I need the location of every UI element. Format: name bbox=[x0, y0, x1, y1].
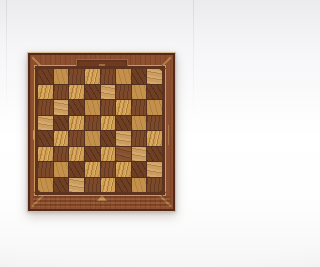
board-square bbox=[69, 131, 84, 146]
board-square bbox=[101, 100, 116, 115]
board-square bbox=[132, 69, 147, 84]
board-square bbox=[116, 116, 131, 131]
inner-border bbox=[35, 66, 165, 195]
board-field bbox=[38, 69, 162, 192]
board-square bbox=[54, 147, 69, 162]
board-square bbox=[101, 131, 116, 146]
board-square bbox=[38, 131, 53, 146]
board-square bbox=[132, 178, 147, 193]
board-square bbox=[147, 116, 162, 131]
board-square bbox=[85, 147, 100, 162]
board-square bbox=[101, 162, 116, 177]
board-square bbox=[132, 162, 147, 177]
board-square bbox=[69, 69, 84, 84]
board-square bbox=[54, 178, 69, 193]
board-square bbox=[147, 131, 162, 146]
board-square bbox=[38, 100, 53, 115]
board-square bbox=[85, 69, 100, 84]
board-square bbox=[116, 69, 131, 84]
board-square bbox=[54, 69, 69, 84]
board-square bbox=[38, 69, 53, 84]
triangle-inlay-bottom bbox=[97, 195, 107, 201]
board-square bbox=[69, 178, 84, 193]
board-square bbox=[54, 85, 69, 100]
board-square bbox=[69, 85, 84, 100]
board-square bbox=[69, 147, 84, 162]
board-square bbox=[147, 85, 162, 100]
board-square bbox=[116, 147, 131, 162]
rail-joint-seam-right bbox=[168, 125, 169, 145]
board-square bbox=[116, 100, 131, 115]
board-square bbox=[85, 116, 100, 131]
board-square bbox=[147, 162, 162, 177]
corner-notch-bottom-right bbox=[159, 189, 166, 196]
board-square bbox=[132, 147, 147, 162]
board-square bbox=[54, 131, 69, 146]
board-square bbox=[116, 178, 131, 193]
board-square bbox=[147, 100, 162, 115]
board-square bbox=[38, 85, 53, 100]
board-square bbox=[147, 147, 162, 162]
board-square bbox=[54, 162, 69, 177]
board-square bbox=[54, 116, 69, 131]
game-board bbox=[27, 52, 176, 212]
board-outer-border bbox=[28, 53, 175, 211]
board-square bbox=[54, 100, 69, 115]
board-square bbox=[147, 69, 162, 84]
board-square bbox=[69, 162, 84, 177]
board-square bbox=[132, 116, 147, 131]
board-square bbox=[101, 116, 116, 131]
board-square bbox=[116, 162, 131, 177]
board-square bbox=[116, 131, 131, 146]
board-square bbox=[38, 162, 53, 177]
backdrop-seam-left bbox=[6, 0, 7, 170]
board-square bbox=[132, 131, 147, 146]
board-square bbox=[38, 116, 53, 131]
board-square bbox=[116, 85, 131, 100]
board-square bbox=[101, 178, 116, 193]
board-square bbox=[69, 100, 84, 115]
inlay-line bbox=[34, 65, 166, 196]
board-square bbox=[85, 85, 100, 100]
board-square bbox=[85, 100, 100, 115]
board-square bbox=[38, 147, 53, 162]
board-square bbox=[85, 178, 100, 193]
board-square bbox=[85, 131, 100, 146]
board-square bbox=[132, 100, 147, 115]
board-square bbox=[85, 162, 100, 177]
board-square bbox=[101, 85, 116, 100]
board-square bbox=[132, 85, 147, 100]
board-square bbox=[101, 69, 116, 84]
board-frame-rail bbox=[30, 55, 173, 209]
board-square bbox=[101, 147, 116, 162]
backdrop-seam-right bbox=[193, 0, 194, 170]
board-square bbox=[69, 116, 84, 131]
board-square bbox=[38, 178, 53, 193]
